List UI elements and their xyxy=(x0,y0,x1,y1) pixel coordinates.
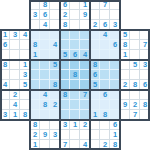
void-cell xyxy=(0,0,10,10)
box-border-vertical xyxy=(89,0,91,150)
sudoku-cell-r9c3[interactable] xyxy=(30,90,40,100)
given-digit: 4 xyxy=(53,40,57,50)
sudoku-cell-r9c6[interactable]: 8 xyxy=(60,90,70,100)
sudoku-cell-r13c7[interactable] xyxy=(70,130,80,140)
sudoku-cell-r1c10[interactable] xyxy=(100,10,110,20)
sudoku-cell-r1c7[interactable] xyxy=(70,10,80,20)
given-digit: 2 xyxy=(63,10,67,20)
given-digit: 3 xyxy=(63,120,67,130)
void-cell xyxy=(130,130,140,140)
void-cell xyxy=(120,10,130,20)
sudoku-cell-r6c7[interactable] xyxy=(70,60,80,70)
sudoku-cell-r4c1[interactable] xyxy=(10,40,20,50)
void-cell xyxy=(10,10,20,20)
box-border-vertical xyxy=(119,0,121,150)
sudoku-cell-r1c4[interactable]: 6 xyxy=(40,10,50,20)
given-digit: 6 xyxy=(43,10,47,20)
sudoku-cell-r3c1[interactable]: 3 xyxy=(10,30,20,40)
void-cell xyxy=(140,0,150,10)
given-digit: 4 xyxy=(23,30,27,40)
given-digit: 8 xyxy=(33,40,37,50)
sudoku-cell-r3c6[interactable] xyxy=(60,30,70,40)
given-digit: 3 xyxy=(33,10,37,20)
box-border-horizontal xyxy=(0,29,150,31)
sudoku-cell-r7c6[interactable] xyxy=(60,70,70,80)
sudoku-cells: 8617362948263134456846871564181585338645… xyxy=(0,0,150,150)
given-digit: 2 xyxy=(83,120,87,130)
given-digit: 7 xyxy=(143,40,147,50)
given-digit: 5 xyxy=(133,60,137,70)
given-digit: 4 xyxy=(103,30,107,40)
void-cell xyxy=(10,130,20,140)
sudoku-cell-r7c7[interactable]: 8 xyxy=(70,70,80,80)
sudoku-cell-r4c6[interactable] xyxy=(60,40,70,50)
sudoku-cell-r4c12[interactable]: 8 xyxy=(120,40,130,50)
sudoku-board: 8617362948263134456846871564181585338645… xyxy=(0,0,150,150)
given-digit: 8 xyxy=(143,100,147,110)
given-digit: 8 xyxy=(63,90,67,100)
void-cell xyxy=(0,130,10,140)
sudoku-cell-r7c10[interactable] xyxy=(100,70,110,80)
sudoku-cell-r1c3[interactable]: 3 xyxy=(30,10,40,20)
sudoku-cell-r10c12[interactable]: 9 xyxy=(120,100,130,110)
sudoku-cell-r3c12[interactable]: 5 xyxy=(120,30,130,40)
void-cell xyxy=(120,130,130,140)
box-border-vertical xyxy=(148,30,150,120)
sudoku-cell-r7c4[interactable] xyxy=(40,70,50,80)
given-digit: 5 xyxy=(123,30,127,40)
sudoku-cell-r7c9[interactable]: 6 xyxy=(90,70,100,80)
sudoku-cell-r6c6[interactable] xyxy=(60,60,70,70)
sudoku-cell-r4c3[interactable]: 8 xyxy=(30,40,40,50)
sudoku-cell-r6c4[interactable] xyxy=(40,60,50,70)
sudoku-cell-r13c10[interactable] xyxy=(100,130,110,140)
given-digit: 6 xyxy=(103,90,107,100)
void-cell xyxy=(0,10,10,20)
sudoku-cell-r13c4[interactable]: 9 xyxy=(40,130,50,140)
given-digit: 8 xyxy=(43,100,47,110)
given-digit: 8 xyxy=(93,60,97,70)
void-cell xyxy=(140,140,150,150)
sudoku-cell-r3c4[interactable] xyxy=(40,30,50,40)
sudoku-cell-r6c10[interactable] xyxy=(100,60,110,70)
sudoku-cell-r7c1[interactable] xyxy=(10,70,20,80)
sudoku-cell-r6c1[interactable] xyxy=(10,60,20,70)
sudoku-cell-r7c13[interactable] xyxy=(130,70,140,80)
sudoku-cell-r3c10[interactable]: 4 xyxy=(100,30,110,40)
void-cell xyxy=(130,120,140,130)
sudoku-cell-r3c3[interactable] xyxy=(30,30,40,40)
sudoku-cell-r10c3[interactable] xyxy=(30,100,40,110)
sudoku-cell-r3c7[interactable] xyxy=(70,30,80,40)
sudoku-cell-r4c10[interactable] xyxy=(100,40,110,50)
sudoku-cell-r7c3[interactable] xyxy=(30,70,40,80)
sudoku-cell-r1c6[interactable]: 2 xyxy=(60,10,70,20)
sudoku-cell-r12c4[interactable] xyxy=(40,120,50,130)
given-digit: 8 xyxy=(33,120,37,130)
sudoku-cell-r9c9[interactable] xyxy=(90,90,100,100)
void-cell xyxy=(120,140,130,150)
sudoku-cell-r12c7[interactable]: 1 xyxy=(70,120,80,130)
sudoku-cell-r12c9[interactable] xyxy=(90,120,100,130)
sudoku-cell-r6c13[interactable]: 5 xyxy=(130,60,140,70)
sudoku-cell-r13c6[interactable] xyxy=(60,130,70,140)
sudoku-cell-r10c9[interactable] xyxy=(90,100,100,110)
given-digit: 4 xyxy=(43,90,47,100)
given-digit: 6 xyxy=(113,120,117,130)
sudoku-cell-r12c3[interactable]: 8 xyxy=(30,120,40,130)
box-border-vertical xyxy=(29,0,31,150)
puzzle-page: 8617362948263134456846871564181585338645… xyxy=(0,0,150,150)
void-cell xyxy=(130,10,140,20)
void-cell xyxy=(130,140,140,150)
given-digit: 9 xyxy=(43,130,47,140)
given-digit: 3 xyxy=(13,30,17,40)
sudoku-cell-r6c3[interactable] xyxy=(30,60,40,70)
void-cell xyxy=(10,0,20,10)
sudoku-cell-r4c7[interactable] xyxy=(70,40,80,50)
void-cell xyxy=(10,140,20,150)
given-digit: 1 xyxy=(73,120,77,130)
sudoku-cell-r10c6[interactable] xyxy=(60,100,70,110)
sudoku-cell-r13c3[interactable]: 2 xyxy=(30,130,40,140)
given-digit: 2 xyxy=(13,90,17,100)
given-digit: 2 xyxy=(133,100,137,110)
void-cell xyxy=(10,120,20,130)
given-digit: 6 xyxy=(113,40,117,50)
given-digit: 6 xyxy=(3,40,7,50)
void-cell xyxy=(0,140,10,150)
given-digit: 7 xyxy=(83,90,87,100)
sudoku-cell-r10c10[interactable] xyxy=(100,100,110,110)
sudoku-cell-r9c12[interactable] xyxy=(120,90,130,100)
void-cell xyxy=(140,10,150,20)
given-digit: 1 xyxy=(3,30,7,40)
box-border-horizontal xyxy=(0,59,150,61)
sudoku-cell-r3c13[interactable] xyxy=(130,30,140,40)
given-digit: 4 xyxy=(13,100,17,110)
sudoku-cell-r9c7[interactable] xyxy=(70,90,80,100)
sudoku-cell-r9c4[interactable]: 4 xyxy=(40,90,50,100)
given-digit: 3 xyxy=(143,60,147,70)
given-digit: 1 xyxy=(23,60,27,70)
sudoku-cell-r1c9[interactable] xyxy=(90,10,100,20)
sudoku-cell-r4c13[interactable] xyxy=(130,40,140,50)
given-digit: 9 xyxy=(123,100,127,110)
sudoku-cell-r9c1[interactable]: 2 xyxy=(10,90,20,100)
sudoku-cell-r13c9[interactable] xyxy=(90,130,100,140)
box-border-horizontal xyxy=(30,148,120,150)
sudoku-cell-r10c7[interactable] xyxy=(70,100,80,110)
given-digit: 2 xyxy=(53,100,57,110)
box-border-horizontal xyxy=(0,89,150,91)
given-digit: 3 xyxy=(23,70,27,80)
void-cell xyxy=(0,120,10,130)
given-digit: 9 xyxy=(83,10,87,20)
sudoku-cell-r10c1[interactable]: 4 xyxy=(10,100,20,110)
given-digit: 2 xyxy=(33,130,37,140)
void-cell xyxy=(120,0,130,10)
given-digit: 8 xyxy=(3,60,7,70)
given-digit: 1 xyxy=(113,130,117,140)
box-border-horizontal xyxy=(30,0,120,2)
void-cell xyxy=(120,120,130,130)
sudoku-cell-r10c13[interactable]: 2 xyxy=(130,100,140,110)
sudoku-cell-r6c12[interactable] xyxy=(120,60,130,70)
sudoku-cell-r3c9[interactable] xyxy=(90,30,100,40)
given-digit: 3 xyxy=(53,130,57,140)
void-cell xyxy=(130,0,140,10)
sudoku-cell-r9c13[interactable] xyxy=(130,90,140,100)
given-digit: 5 xyxy=(53,60,57,70)
given-digit: 8 xyxy=(73,70,77,80)
void-cell xyxy=(140,120,150,130)
given-digit: 8 xyxy=(123,40,127,50)
box-border-vertical xyxy=(59,0,61,150)
sudoku-cell-r6c9[interactable]: 8 xyxy=(90,60,100,70)
sudoku-cell-r10c4[interactable]: 8 xyxy=(40,100,50,110)
sudoku-cell-r9c10[interactable]: 6 xyxy=(100,90,110,100)
void-cell xyxy=(140,130,150,140)
box-border-vertical xyxy=(0,30,2,120)
sudoku-cell-r12c6[interactable]: 3 xyxy=(60,120,70,130)
sudoku-cell-r7c12[interactable] xyxy=(120,70,130,80)
sudoku-cell-r12c10[interactable] xyxy=(100,120,110,130)
sudoku-cell-r4c9[interactable] xyxy=(90,40,100,50)
box-border-horizontal xyxy=(0,119,150,121)
sudoku-cell-r4c4[interactable] xyxy=(40,40,50,50)
given-digit: 6 xyxy=(93,70,97,80)
